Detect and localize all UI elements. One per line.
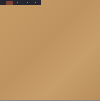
board-grid [2, 5, 99, 101]
header-dot-icon [17, 2, 18, 3]
header-dot-icon [35, 2, 36, 3]
header-dot-icon [27, 2, 28, 3]
go-board[interactable] [0, 0, 100, 100]
app-header-bar [0, 0, 41, 5]
screenshot-root [0, 0, 100, 100]
header-brown-patch [6, 1, 13, 5]
